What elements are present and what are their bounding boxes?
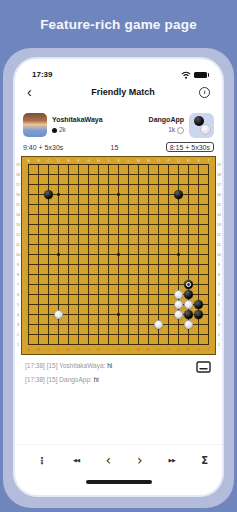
battery-icon — [194, 72, 207, 79]
column-letters-bottom: ABCDEFGHJKLMNOPQRST — [24, 347, 214, 353]
black-player-name: YoshitakaWaya — [52, 115, 103, 126]
star-point — [57, 193, 59, 195]
last-move-marker — [186, 282, 192, 288]
white-clock-active: 8:15 + 5x30s — [166, 142, 214, 152]
star-point — [117, 193, 119, 195]
forward-to-end-button[interactable]: ▶▶ — [169, 457, 176, 463]
stone-white-Q6 — [174, 290, 183, 299]
next-move-button[interactable]: › — [137, 453, 143, 467]
white-player-avatar[interactable] — [189, 113, 214, 138]
avatar-white-stone — [200, 124, 211, 135]
status-bar: 17:39 — [15, 59, 222, 79]
previous-move-button[interactable]: ‹ — [106, 453, 112, 467]
go-board[interactable]: ABCDEFGHJKLMNOPQRST ABCDEFGHJKLMNOPQRST — [21, 156, 216, 355]
stone-black-S5 — [194, 300, 203, 309]
home-indicator-row — [15, 475, 222, 489]
stone-white-R3 — [184, 320, 193, 329]
nav-bar: ‹ Friendly Match i — [15, 79, 222, 105]
chat-message: [17:38] [15] DangoApp: hi — [25, 373, 212, 387]
home-indicator[interactable] — [86, 480, 152, 484]
stone-white-Q4 — [174, 310, 183, 319]
star-point — [117, 253, 119, 255]
score-estimate-button[interactable]: Σ — [201, 455, 208, 466]
white-stone-icon — [177, 127, 184, 134]
clock-row: 9:40 + 5x30s 15 8:15 + 5x30s — [15, 140, 222, 154]
stone-white-R5 — [184, 300, 193, 309]
black-stone-icon — [52, 128, 57, 133]
black-player-avatar[interactable] — [23, 113, 47, 137]
star-point — [177, 253, 179, 255]
back-button[interactable]: ‹ — [27, 85, 47, 99]
player-white[interactable]: DangoApp 1k — [149, 113, 214, 138]
screenshot-root: Feature-rich game page 17:39 ‹ Friendly … — [0, 0, 237, 512]
chat-panel: [17:38] [15] YoshitakaWaya: hi[17:38] [1… — [25, 359, 212, 393]
chat-toggle-icon[interactable] — [196, 361, 211, 373]
row-numbers-right: 19181716151413121110987654321 — [216, 160, 222, 350]
white-player-rank: 1k — [149, 125, 184, 135]
nav-title: Friendly Match — [47, 87, 199, 97]
status-time: 17:39 — [32, 70, 52, 79]
rewind-to-start-button[interactable]: ◀◀ — [73, 457, 80, 463]
stone-black-R4 — [184, 310, 193, 319]
wifi-icon — [181, 71, 191, 79]
page-title: Feature-rich game page — [0, 0, 237, 48]
info-icon[interactable]: i — [199, 87, 210, 98]
board-grid-lines — [28, 164, 209, 345]
players-card: YoshitakaWaya 2k DangoApp 1k — [23, 111, 214, 139]
stone-black-R6 — [184, 290, 193, 299]
phone-mockup: 17:39 ‹ Friendly Match i YoshitakaWaya — [13, 57, 224, 497]
stone-black-R7 — [184, 280, 193, 289]
stone-black-S4 — [194, 310, 203, 319]
more-menu-button[interactable]: ⋮ — [37, 455, 47, 466]
black-clock: 9:40 + 5x30s — [23, 144, 63, 151]
stone-black-C16 — [44, 190, 53, 199]
stone-black-Q16 — [174, 190, 183, 199]
move-number: 15 — [111, 144, 119, 151]
stones-layer — [24, 160, 214, 350]
star-point — [57, 253, 59, 255]
stone-white-D4 — [54, 310, 63, 319]
board-area: 19181716151413121110987654321 ABCDEFGHJK… — [15, 156, 222, 355]
star-point — [117, 313, 119, 315]
player-black[interactable]: YoshitakaWaya 2k — [23, 113, 103, 137]
chat-message: [17:38] [15] YoshitakaWaya: hi — [25, 359, 212, 373]
black-player-rank: 2k — [52, 125, 103, 135]
playback-controls: ⋮◀◀‹›▶▶Σ — [15, 444, 222, 475]
white-player-name: DangoApp — [149, 115, 184, 126]
stone-white-O3 — [154, 320, 163, 329]
stone-white-Q5 — [174, 300, 183, 309]
